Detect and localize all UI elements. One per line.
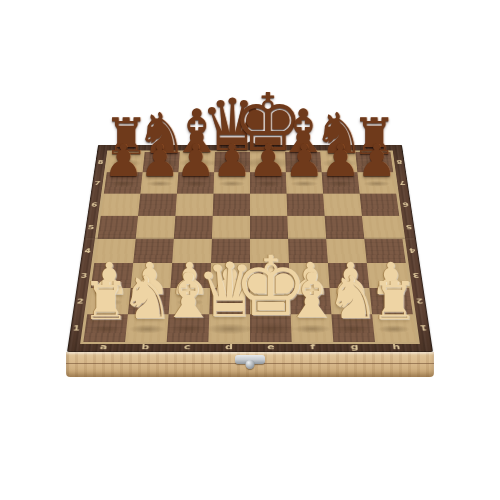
square-c6 — [175, 194, 213, 216]
square-a4 — [94, 239, 135, 263]
square-h8 — [355, 152, 393, 172]
square-f5 — [287, 216, 326, 239]
square-c8 — [178, 152, 215, 172]
square-f7 — [286, 172, 323, 193]
latch-knob — [246, 360, 255, 369]
square-c1 — [167, 314, 210, 342]
square-b7 — [140, 172, 178, 193]
square-d5 — [212, 216, 250, 239]
square-f2 — [290, 288, 332, 314]
square-g6 — [323, 194, 362, 216]
square-c5 — [174, 216, 213, 239]
square-a1 — [83, 314, 127, 342]
square-g4 — [326, 239, 367, 263]
square-c3 — [170, 263, 211, 288]
product-photo: 87654321 87654321 abcdefgh ♜♞♝♛♚♝♞♜♟♟♟♟♟… — [0, 0, 500, 500]
chess-board — [80, 150, 420, 343]
square-h6 — [360, 194, 400, 216]
square-f6 — [287, 194, 325, 216]
square-h7 — [357, 172, 396, 193]
square-e3 — [250, 263, 290, 288]
square-a8 — [107, 152, 145, 172]
square-a2 — [87, 288, 130, 314]
square-d2 — [209, 288, 250, 314]
square-h3 — [367, 263, 409, 288]
square-f4 — [288, 239, 328, 263]
square-g3 — [328, 263, 370, 288]
square-c7 — [177, 172, 214, 193]
square-e4 — [250, 239, 289, 263]
square-b3 — [131, 263, 173, 288]
board-perspective-wrapper: 87654321 87654321 abcdefgh — [67, 145, 433, 352]
square-g8 — [320, 152, 357, 172]
square-a6 — [101, 194, 141, 216]
latch-icon — [235, 355, 265, 367]
square-b6 — [138, 194, 177, 216]
square-f8 — [285, 152, 322, 172]
square-h1 — [372, 314, 416, 342]
square-h5 — [362, 216, 402, 239]
square-e6 — [250, 194, 287, 216]
square-a7 — [104, 172, 143, 193]
square-e2 — [250, 288, 291, 314]
square-b4 — [133, 239, 174, 263]
square-h4 — [364, 239, 405, 263]
square-g1 — [331, 314, 375, 342]
square-e1 — [250, 314, 292, 342]
square-d8 — [214, 152, 250, 172]
square-b5 — [136, 216, 176, 239]
square-e8 — [250, 152, 286, 172]
square-c4 — [172, 239, 212, 263]
square-e7 — [250, 172, 287, 193]
square-b8 — [143, 152, 180, 172]
square-a3 — [91, 263, 133, 288]
square-d3 — [210, 263, 250, 288]
square-c2 — [169, 288, 211, 314]
square-a5 — [98, 216, 138, 239]
board-fold-seam — [86, 238, 415, 240]
chess-board-frame: 87654321 87654321 abcdefgh — [67, 145, 433, 352]
square-f3 — [289, 263, 330, 288]
hinge-tab — [241, 142, 259, 146]
square-f1 — [291, 314, 334, 342]
square-b1 — [125, 314, 169, 342]
square-d1 — [208, 314, 250, 342]
square-d7 — [213, 172, 250, 193]
square-e5 — [250, 216, 288, 239]
board-case-front — [66, 352, 434, 377]
square-h2 — [369, 288, 412, 314]
square-b2 — [128, 288, 171, 314]
square-g7 — [322, 172, 360, 193]
square-d4 — [211, 239, 250, 263]
square-d6 — [213, 194, 250, 216]
square-g5 — [325, 216, 365, 239]
square-g2 — [330, 288, 373, 314]
